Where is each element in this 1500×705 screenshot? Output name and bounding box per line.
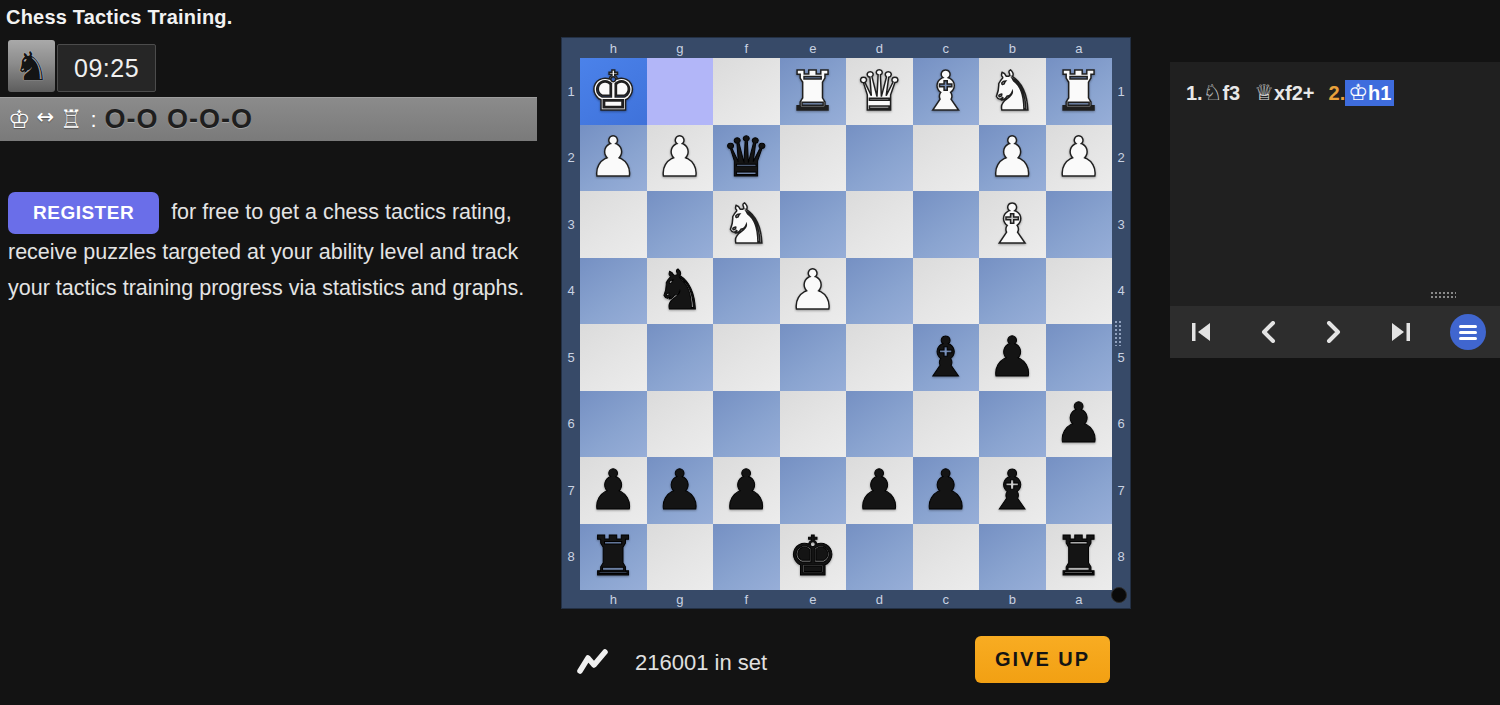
square-a6[interactable]: ♟ (1046, 391, 1113, 458)
square-b5[interactable]: ♟ (979, 324, 1046, 391)
square-a5[interactable] (1046, 324, 1113, 391)
square-d6[interactable] (846, 391, 913, 458)
register-blurb: REGISTERfor free to get a chess tactics … (8, 192, 556, 306)
square-h2[interactable]: ♟ (580, 125, 647, 192)
hamburger-icon (1459, 325, 1477, 328)
king-figurine-icon: ♔ (1348, 80, 1368, 105)
previous-move-button[interactable] (1251, 315, 1285, 349)
menu-button[interactable] (1450, 314, 1486, 350)
rank-label-6: 6 (562, 391, 580, 458)
white-knight-piece[interactable]: ♞ (988, 64, 1037, 119)
white-rook-piece[interactable]: ♜ (1054, 64, 1103, 119)
square-b3[interactable]: ♝ (979, 191, 1046, 258)
square-c5[interactable]: ♝ (913, 324, 980, 391)
square-h6[interactable] (580, 391, 647, 458)
white-rook-piece[interactable]: ♜ (788, 64, 837, 119)
black-rook-piece[interactable]: ♜ (589, 529, 638, 584)
rank-label-3: 3 (562, 191, 580, 258)
rook-icon: ♖ (60, 107, 82, 132)
file-label-e: e (780, 38, 847, 58)
rank-label-4: 4 (562, 258, 580, 325)
square-f5[interactable] (713, 324, 780, 391)
black-knight-piece[interactable]: ♞ (655, 263, 704, 318)
square-g7[interactable]: ♟ (647, 457, 714, 524)
file-label-g: g (647, 38, 714, 58)
white-pawn-piece[interactable]: ♟ (589, 130, 638, 185)
black-pawn-piece[interactable]: ♟ (655, 463, 704, 518)
square-e3[interactable] (780, 191, 847, 258)
white-pawn-piece[interactable]: ♟ (788, 263, 837, 318)
square-g5[interactable] (647, 324, 714, 391)
square-h5[interactable] (580, 324, 647, 391)
rank-label-1: 1 (562, 58, 580, 125)
white-king-piece[interactable]: ♚ (589, 64, 638, 119)
square-g4[interactable]: ♞ (647, 258, 714, 325)
file-label-h: h (580, 590, 647, 608)
white-pawn-piece[interactable]: ♟ (1054, 130, 1103, 185)
timer: 09:25 (57, 44, 156, 92)
black-bishop-piece[interactable]: ♝ (988, 463, 1037, 518)
last-move-button[interactable] (1384, 315, 1418, 349)
rank-label-1: 1 (1112, 58, 1130, 125)
to-move-badge: ♞ (8, 40, 55, 92)
square-d7[interactable]: ♟ (846, 457, 913, 524)
timer-value: 09:25 (74, 54, 139, 83)
chess-board: hgfedcba hgfedcba 12345678 12345678 ♚♜♛♝… (562, 38, 1130, 608)
square-c2[interactable] (913, 125, 980, 192)
board-resize-grip[interactable] (1114, 320, 1123, 346)
register-button[interactable]: REGISTER (8, 192, 159, 234)
square-e2[interactable] (780, 125, 847, 192)
file-label-c: c (913, 590, 980, 608)
black-knight-icon: ♞ (14, 46, 50, 86)
square-b4[interactable] (979, 258, 1046, 325)
black-pawn-piece[interactable]: ♟ (1054, 396, 1103, 451)
square-c7[interactable]: ♟ (913, 457, 980, 524)
move-list: 1.♘f3♕xf2+2.♔h1 (1170, 62, 1500, 105)
next-move-button[interactable] (1317, 315, 1351, 349)
black-king-piece[interactable]: ♚ (788, 529, 837, 584)
square-g6[interactable] (647, 391, 714, 458)
rank-label-3: 3 (1112, 191, 1130, 258)
square-e6[interactable] (780, 391, 847, 458)
square-e8[interactable]: ♚ (780, 524, 847, 591)
castling-separator: : (90, 107, 96, 133)
black-pawn-piece[interactable]: ♟ (855, 463, 904, 518)
file-label-d: d (846, 590, 913, 608)
square-f7[interactable]: ♟ (713, 457, 780, 524)
square-a2[interactable]: ♟ (1046, 125, 1113, 192)
square-g3[interactable] (647, 191, 714, 258)
file-label-f: f (713, 38, 780, 58)
file-label-b: b (979, 38, 1046, 58)
square-d1[interactable]: ♛ (846, 58, 913, 125)
rank-labels-left: 12345678 (562, 58, 580, 590)
square-d2[interactable] (846, 125, 913, 192)
square-f6[interactable] (713, 391, 780, 458)
square-d8[interactable] (846, 524, 913, 591)
file-label-f: f (713, 590, 780, 608)
file-label-b: b (979, 590, 1046, 608)
square-e4[interactable]: ♟ (780, 258, 847, 325)
move1-black[interactable]: xf2+ (1274, 82, 1315, 104)
black-queen-piece[interactable]: ♛ (722, 130, 771, 185)
puzzles-in-set-count: 216001 in set (635, 650, 767, 676)
square-d4[interactable] (846, 258, 913, 325)
square-f2[interactable]: ♛ (713, 125, 780, 192)
move1-white[interactable]: f3 (1222, 82, 1240, 104)
rank-label-2: 2 (562, 125, 580, 192)
square-a3[interactable] (1046, 191, 1113, 258)
rank-label-7: 7 (562, 457, 580, 524)
black-bishop-piece[interactable]: ♝ (921, 330, 970, 385)
square-h7[interactable]: ♟ (580, 457, 647, 524)
square-g1[interactable] (647, 58, 714, 125)
square-c6[interactable] (913, 391, 980, 458)
first-move-button[interactable] (1184, 315, 1218, 349)
king-icon: ♔ (8, 107, 30, 132)
queen-figurine-icon: ♕ (1254, 80, 1274, 105)
white-bishop-piece[interactable]: ♝ (988, 197, 1037, 252)
give-up-button[interactable]: GIVE UP (975, 636, 1110, 683)
white-knight-piece[interactable]: ♞ (722, 197, 771, 252)
square-f1[interactable] (713, 58, 780, 125)
square-h3[interactable] (580, 191, 647, 258)
file-label-c: c (913, 38, 980, 58)
square-b1[interactable]: ♞ (979, 58, 1046, 125)
square-c4[interactable] (913, 258, 980, 325)
square-f3[interactable]: ♞ (713, 191, 780, 258)
rank-label-5: 5 (562, 324, 580, 391)
square-f8[interactable] (713, 524, 780, 591)
square-h8[interactable]: ♜ (580, 524, 647, 591)
square-e7[interactable] (780, 457, 847, 524)
square-f4[interactable] (713, 258, 780, 325)
trend-chart-icon (577, 648, 609, 680)
black-rook-piece[interactable]: ♜ (1054, 529, 1103, 584)
square-a1[interactable]: ♜ (1046, 58, 1113, 125)
square-c3[interactable] (913, 191, 980, 258)
rank-label-2: 2 (1112, 125, 1130, 192)
move-list-panel: 1.♘f3♕xf2+2.♔h1 (1170, 62, 1500, 358)
left-right-arrow-icon: ↔ (36, 107, 54, 128)
black-pawn-piece[interactable]: ♟ (589, 463, 638, 518)
white-pawn-piece[interactable]: ♟ (988, 130, 1037, 185)
black-to-move-indicator (1111, 587, 1127, 603)
castling-rights-text: O-O O-O-O (105, 104, 253, 135)
square-g2[interactable]: ♟ (647, 125, 714, 192)
square-a8[interactable]: ♜ (1046, 524, 1113, 591)
rank-label-4: 4 (1112, 258, 1130, 325)
castling-rights-bar: ♔ ↔ ♖ : O-O O-O-O (0, 97, 537, 141)
square-h4[interactable] (580, 258, 647, 325)
move-navigation-bar (1170, 306, 1500, 358)
rank-label-8: 8 (562, 524, 580, 591)
file-label-a: a (1046, 590, 1113, 608)
black-pawn-piece[interactable]: ♟ (921, 463, 970, 518)
square-d5[interactable] (846, 324, 913, 391)
board-squares: ♚♜♛♝♞♜♟♟♛♟♟♞♝♞♟♝♟♟♟♟♟♟♟♝♜♚♜ (580, 58, 1112, 590)
square-g8[interactable] (647, 524, 714, 591)
rank-label-7: 7 (1112, 457, 1130, 524)
rank-label-6: 6 (1112, 391, 1130, 458)
square-h1[interactable]: ♚ (580, 58, 647, 125)
square-e1[interactable]: ♜ (780, 58, 847, 125)
square-a7[interactable] (1046, 457, 1113, 524)
square-d3[interactable] (846, 191, 913, 258)
file-label-d: d (846, 38, 913, 58)
move1-number: 1. (1186, 82, 1203, 104)
file-labels-top: hgfedcba (580, 38, 1112, 58)
file-labels-bottom: hgfedcba (580, 590, 1112, 608)
white-pawn-piece[interactable]: ♟ (655, 130, 704, 185)
square-a4[interactable] (1046, 258, 1113, 325)
white-queen-piece[interactable]: ♛ (855, 64, 904, 119)
rank-label-8: 8 (1112, 524, 1130, 591)
page-title: Chess Tactics Training. (6, 6, 233, 29)
square-c1[interactable]: ♝ (913, 58, 980, 125)
square-c8[interactable] (913, 524, 980, 591)
white-bishop-piece[interactable]: ♝ (921, 64, 970, 119)
square-b6[interactable] (979, 391, 1046, 458)
panel-resize-grip[interactable] (1430, 291, 1456, 300)
black-pawn-piece[interactable]: ♟ (722, 463, 771, 518)
black-pawn-piece[interactable]: ♟ (988, 330, 1037, 385)
move2-white-selected[interactable]: ♔h1 (1345, 80, 1394, 106)
square-b7[interactable]: ♝ (979, 457, 1046, 524)
square-b8[interactable] (979, 524, 1046, 591)
file-label-a: a (1046, 38, 1113, 58)
move2-number: 2. (1329, 82, 1346, 104)
square-b2[interactable]: ♟ (979, 125, 1046, 192)
file-label-e: e (780, 590, 847, 608)
file-label-h: h (580, 38, 647, 58)
square-e5[interactable] (780, 324, 847, 391)
knight-figurine-icon: ♘ (1203, 80, 1223, 105)
file-label-g: g (647, 590, 714, 608)
